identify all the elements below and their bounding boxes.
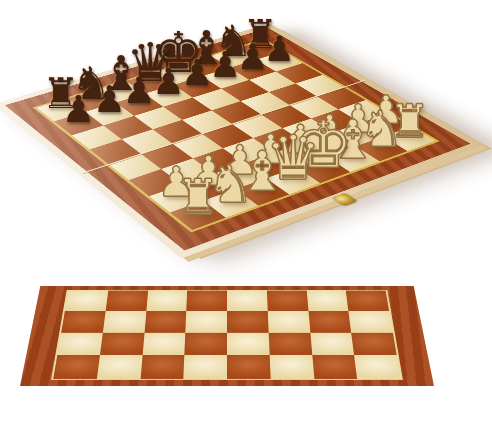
box-square-r2c6	[310, 333, 354, 356]
box-square-r0c3	[186, 291, 227, 312]
box-square-r1c7	[349, 311, 393, 333]
box-square-r2c5	[268, 333, 311, 356]
box-square-r0c6	[306, 291, 348, 312]
box-square-r1c1	[103, 311, 146, 333]
folded-box-lid	[20, 286, 434, 386]
box-square-r0c0	[65, 291, 108, 312]
box-square-r3c0	[53, 355, 99, 379]
board-gold-inlay-line	[33, 39, 440, 233]
box-square-r2c7	[351, 333, 396, 356]
box-square-r1c5	[268, 311, 310, 333]
box-square-r0c4	[227, 291, 268, 312]
box-square-r1c4	[227, 311, 268, 333]
box-square-r3c1	[97, 355, 142, 379]
box-square-r3c7	[354, 355, 400, 379]
box-square-r0c1	[105, 291, 147, 312]
folded-box-checker-grid	[53, 291, 401, 379]
box-square-r2c3	[185, 333, 227, 356]
chessboard-grid	[37, 40, 435, 230]
box-square-r0c5	[267, 291, 308, 312]
box-square-r2c0	[57, 333, 102, 356]
box-square-r0c7	[346, 291, 389, 312]
brass-clasp-icon	[331, 193, 357, 206]
open-chessboard	[0, 23, 484, 258]
box-square-r1c2	[144, 311, 186, 333]
box-square-r1c3	[186, 311, 227, 333]
folded-box-scene	[0, 262, 492, 439]
box-square-r0c2	[146, 291, 187, 312]
box-square-r3c5	[269, 355, 313, 379]
folded-box-gold-line	[51, 290, 403, 380]
product-photo: ♜♞♝♛♚♝♞♜♟♟♟♟♟♟♟♟♟♟♟♟♟♟♟♟♜♞♝♛♚♝♞♜	[0, 0, 492, 439]
box-square-r2c1	[100, 333, 144, 356]
box-square-r2c4	[227, 333, 269, 356]
box-square-r3c2	[140, 355, 184, 379]
board-mahogany-border	[5, 28, 470, 251]
open-chessboard-scene	[0, 0, 492, 274]
box-square-r3c6	[312, 355, 357, 379]
box-square-r1c0	[61, 311, 105, 333]
box-square-r1c6	[308, 311, 351, 333]
box-square-r2c2	[142, 333, 185, 356]
box-square-r3c3	[184, 355, 227, 379]
open-chessboard-position-wrap	[56, 0, 408, 300]
box-square-r3c4	[227, 355, 270, 379]
